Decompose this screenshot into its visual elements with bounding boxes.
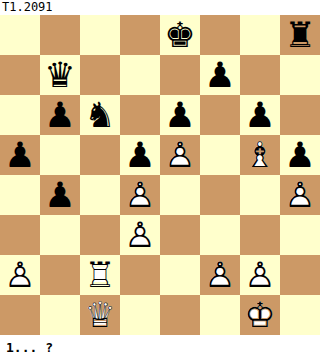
square-f6[interactable] [200,95,240,135]
square-e5[interactable]: ♟♙ [160,135,200,175]
square-d7[interactable] [120,55,160,95]
piece-white-bishop: ♝♗ [240,135,280,175]
piece-black-pawn: ♟ [120,135,160,175]
square-e6[interactable]: ♟ [160,95,200,135]
square-e7[interactable] [160,55,200,95]
square-f3[interactable] [200,215,240,255]
square-h3[interactable] [280,215,320,255]
move-prompt: 1... ? [0,335,320,360]
square-b2[interactable] [40,255,80,295]
puzzle-id: T1.2091 [0,0,320,15]
square-d6[interactable] [120,95,160,135]
square-g8[interactable] [240,15,280,55]
square-d2[interactable] [120,255,160,295]
piece-black-pawn: ♟ [200,55,240,95]
square-d8[interactable] [120,15,160,55]
piece-white-pawn: ♟♙ [160,135,200,175]
square-f5[interactable] [200,135,240,175]
square-b8[interactable] [40,15,80,55]
square-b7[interactable]: ♛ [40,55,80,95]
piece-white-pawn: ♟♙ [120,175,160,215]
piece-black-pawn: ♟ [40,175,80,215]
square-e8[interactable]: ♚ [160,15,200,55]
piece-white-queen: ♛♕ [80,295,120,335]
square-c3[interactable] [80,215,120,255]
square-b6[interactable]: ♟ [40,95,80,135]
square-c5[interactable] [80,135,120,175]
square-a7[interactable] [0,55,40,95]
square-a5[interactable]: ♟ [0,135,40,175]
piece-black-king: ♚ [160,15,200,55]
piece-black-rook: ♜ [280,15,320,55]
square-g2[interactable]: ♟♙ [240,255,280,295]
piece-white-pawn: ♟♙ [200,255,240,295]
square-h6[interactable] [280,95,320,135]
square-a1[interactable] [0,295,40,335]
square-f7[interactable]: ♟ [200,55,240,95]
piece-white-pawn: ♟♙ [240,255,280,295]
square-f2[interactable]: ♟♙ [200,255,240,295]
piece-black-pawn: ♟ [160,95,200,135]
square-g5[interactable]: ♝♗ [240,135,280,175]
piece-black-pawn: ♟ [0,135,40,175]
square-a8[interactable] [0,15,40,55]
square-c6[interactable]: ♞ [80,95,120,135]
square-h5[interactable]: ♟ [280,135,320,175]
square-f8[interactable] [200,15,240,55]
square-d3[interactable]: ♟♙ [120,215,160,255]
square-f1[interactable] [200,295,240,335]
square-e1[interactable] [160,295,200,335]
square-e2[interactable] [160,255,200,295]
square-e3[interactable] [160,215,200,255]
square-a2[interactable]: ♟♙ [0,255,40,295]
piece-white-rook: ♜♖ [80,255,120,295]
square-d1[interactable] [120,295,160,335]
square-h4[interactable]: ♟♙ [280,175,320,215]
piece-white-pawn: ♟♙ [0,255,40,295]
square-c2[interactable]: ♜♖ [80,255,120,295]
piece-black-pawn: ♟ [40,95,80,135]
square-g4[interactable] [240,175,280,215]
piece-black-pawn: ♟ [240,95,280,135]
square-g1[interactable]: ♚♔ [240,295,280,335]
square-g6[interactable]: ♟ [240,95,280,135]
square-h1[interactable] [280,295,320,335]
chess-puzzle-screen: T1.2091 ♚♜♛♟♟♞♟♟♟♟♟♙♝♗♟♟♟♙♟♙♟♙♟♙♜♖♟♙♟♙♛♕… [0,0,320,360]
square-b4[interactable]: ♟ [40,175,80,215]
piece-black-pawn: ♟ [280,135,320,175]
square-h8[interactable]: ♜ [280,15,320,55]
square-a4[interactable] [0,175,40,215]
square-a3[interactable] [0,215,40,255]
square-c7[interactable] [80,55,120,95]
square-c8[interactable] [80,15,120,55]
square-d5[interactable]: ♟ [120,135,160,175]
square-a6[interactable] [0,95,40,135]
square-b1[interactable] [40,295,80,335]
piece-black-queen: ♛ [40,55,80,95]
piece-white-king: ♚♔ [240,295,280,335]
square-e4[interactable] [160,175,200,215]
square-g7[interactable] [240,55,280,95]
piece-white-pawn: ♟♙ [120,215,160,255]
piece-white-pawn: ♟♙ [280,175,320,215]
square-h7[interactable] [280,55,320,95]
square-f4[interactable] [200,175,240,215]
square-b3[interactable] [40,215,80,255]
chess-board: ♚♜♛♟♟♞♟♟♟♟♟♙♝♗♟♟♟♙♟♙♟♙♟♙♜♖♟♙♟♙♛♕♚♔ [0,15,320,335]
piece-black-knight: ♞ [80,95,120,135]
square-h2[interactable] [280,255,320,295]
square-c1[interactable]: ♛♕ [80,295,120,335]
square-c4[interactable] [80,175,120,215]
square-d4[interactable]: ♟♙ [120,175,160,215]
square-g3[interactable] [240,215,280,255]
square-b5[interactable] [40,135,80,175]
